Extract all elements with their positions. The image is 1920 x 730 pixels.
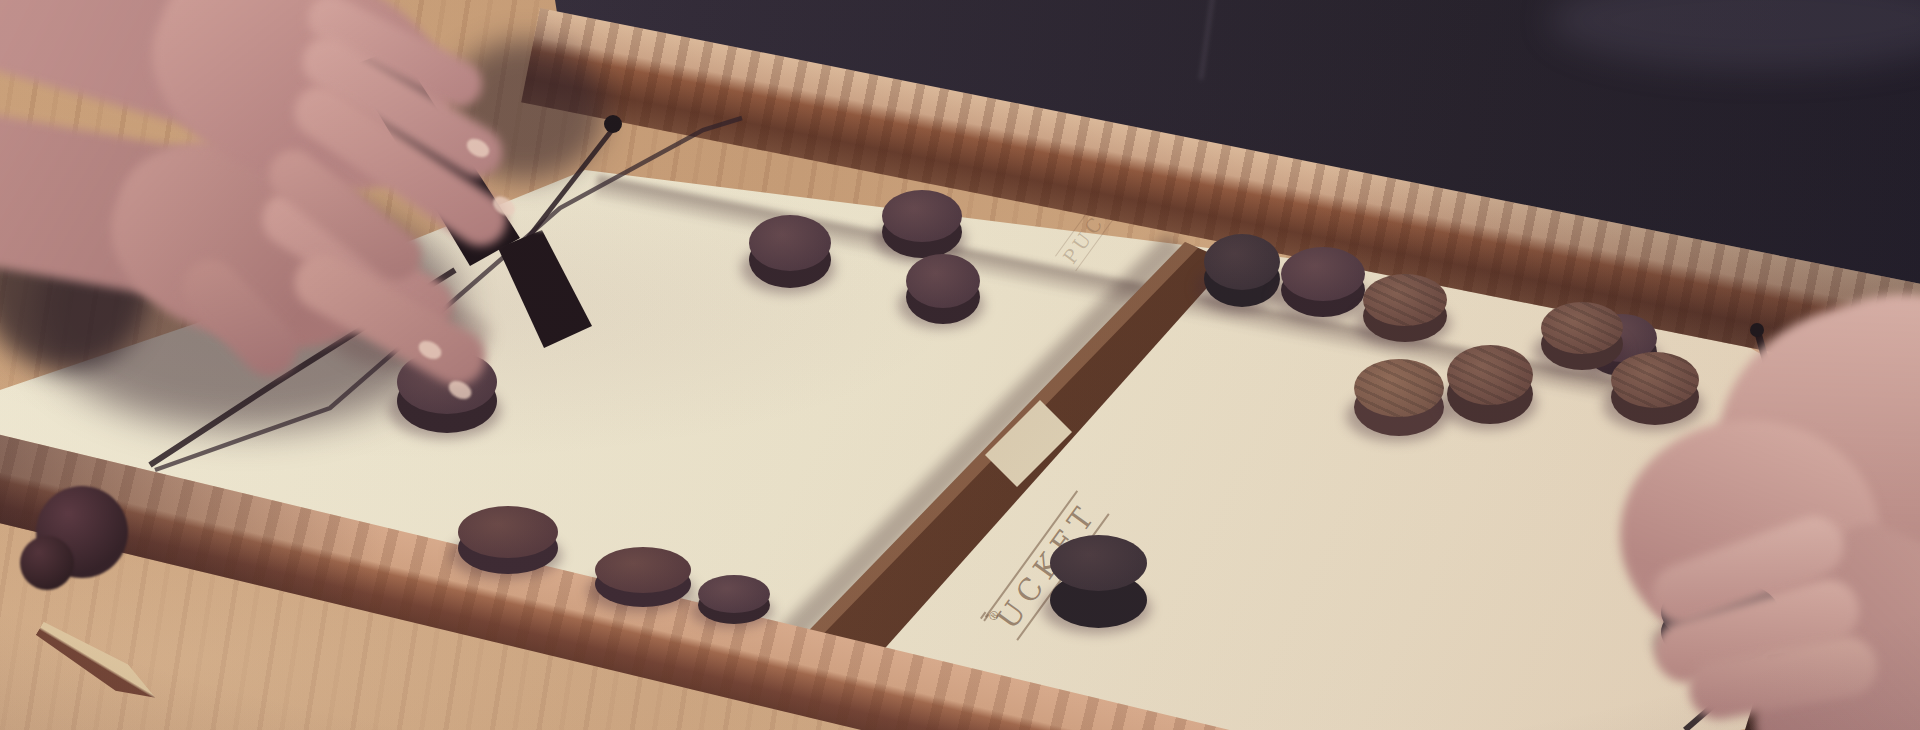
puck-R7[interactable] bbox=[1354, 359, 1444, 436]
puck-R3[interactable] bbox=[1363, 274, 1447, 342]
puck-L7[interactable] bbox=[698, 575, 770, 624]
puck-R6[interactable] bbox=[1611, 352, 1699, 425]
puck-L4[interactable] bbox=[906, 254, 980, 324]
puck-L3[interactable] bbox=[882, 190, 962, 258]
puck-R2[interactable] bbox=[1281, 247, 1365, 317]
wooden-knob-ball[interactable] bbox=[20, 536, 74, 590]
puck-L2[interactable] bbox=[749, 215, 831, 288]
pucket-game-photo: PUCKET UCKET® bbox=[0, 0, 1920, 730]
puck-R1[interactable] bbox=[1204, 234, 1280, 307]
puck-R9[interactable] bbox=[1050, 535, 1147, 628]
puck-R8[interactable] bbox=[1447, 345, 1533, 424]
puck-L6[interactable] bbox=[595, 547, 691, 607]
puck-L5[interactable] bbox=[458, 506, 558, 574]
